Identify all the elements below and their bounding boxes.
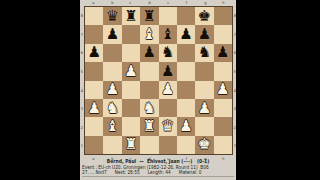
square-d7: ♝ (140, 25, 158, 43)
file-label-b: b (108, 1, 116, 3)
letterbox-right (236, 0, 320, 180)
white-bishop: ♝ (143, 27, 156, 42)
white-rook: ♜ (143, 119, 156, 134)
square-e6: ♞ (159, 44, 177, 62)
square-a6: ♟ (85, 44, 103, 62)
rank-label-2: 2 (81, 123, 83, 131)
square-d3: ♞ (140, 99, 158, 117)
chess-diagram-panel: abcdefgh 87654321 ♛♜♜♚♟♝♝♟♟♟♟♞♞♟♟♟♟♟♟♟♞♞… (80, 0, 236, 180)
square-b4: ♟ (103, 81, 121, 99)
square-b6 (103, 44, 121, 62)
square-a2 (85, 117, 103, 135)
square-f2: ♟ (177, 117, 195, 135)
black-knight: ♞ (161, 45, 174, 60)
square-f7: ♟ (177, 25, 195, 43)
file-labels-top: abcdefgh (84, 0, 233, 5)
square-d6: ♟ (140, 44, 158, 62)
rank-label-7: 7 (234, 30, 236, 38)
black-pawn: ♟ (198, 27, 211, 42)
square-c6 (122, 44, 140, 62)
file-label-a: a (89, 1, 97, 3)
black-pawn: ♟ (179, 27, 192, 42)
white-knight: ♞ (106, 101, 119, 116)
rank-label-6: 6 (234, 48, 236, 56)
square-f5 (177, 62, 195, 80)
square-c7 (122, 25, 140, 43)
square-g3: ♟ (195, 99, 213, 117)
rank-label-1: 1 (234, 141, 236, 149)
square-c2 (122, 117, 140, 135)
square-a8 (85, 7, 103, 25)
square-f8 (177, 7, 195, 25)
square-h7 (214, 25, 232, 43)
file-label-e: e (164, 1, 172, 3)
square-e3 (159, 99, 177, 117)
square-e2: ♛ (159, 117, 177, 135)
rank-label-5: 5 (234, 67, 236, 75)
square-a1 (85, 136, 103, 154)
white-bishop: ♝ (106, 119, 119, 134)
file-label-g: g (201, 1, 209, 3)
square-b3: ♞ (103, 99, 121, 117)
square-b2: ♝ (103, 117, 121, 135)
chess-board: ♛♜♜♚♟♝♝♟♟♟♟♞♞♟♟♟♟♟♟♟♞♞♟♝♜♛♟♜♚ (84, 6, 233, 155)
caption-divider (82, 176, 234, 177)
rank-label-4: 4 (234, 86, 236, 94)
white-pawn: ♟ (216, 82, 229, 97)
square-f6 (177, 44, 195, 62)
square-g6: ♞ (195, 44, 213, 62)
rank-label-6: 6 (81, 48, 83, 56)
square-d1 (140, 136, 158, 154)
file-label-h: h (219, 1, 227, 3)
square-f1 (177, 136, 195, 154)
black-pawn: ♟ (87, 45, 100, 60)
rank-label-8: 8 (81, 11, 83, 19)
square-e8 (159, 7, 177, 25)
rank-label-1: 1 (81, 141, 83, 149)
square-h1 (214, 136, 232, 154)
white-king: ♚ (198, 137, 211, 152)
black-pawn: ♟ (143, 45, 156, 60)
square-h2 (214, 117, 232, 135)
square-b8: ♛ (103, 7, 121, 25)
square-g4 (195, 81, 213, 99)
square-g5 (195, 62, 213, 80)
square-b1 (103, 136, 121, 154)
rank-label-4: 4 (81, 86, 83, 94)
file-label-c: c (126, 1, 134, 3)
white-pawn: ♟ (87, 101, 100, 116)
square-d8: ♜ (140, 7, 158, 25)
rank-label-2: 2 (234, 123, 236, 131)
square-g7: ♟ (195, 25, 213, 43)
square-b5 (103, 62, 121, 80)
square-a3: ♟ (85, 99, 103, 117)
black-pawn: ♟ (216, 45, 229, 60)
white-rook: ♜ (124, 137, 137, 152)
rank-labels-right: 87654321 (233, 6, 237, 155)
black-queen: ♛ (106, 9, 119, 24)
rank-label-3: 3 (81, 104, 83, 112)
square-a7 (85, 25, 103, 43)
square-g8: ♚ (195, 7, 213, 25)
players-result-line: Bernd, Paul — Ehlvest, Jaan (····) (0-1) (80, 159, 236, 164)
square-h5 (214, 62, 232, 80)
square-e1 (159, 136, 177, 154)
square-d4 (140, 81, 158, 99)
square-h4: ♟ (214, 81, 232, 99)
rank-label-5: 5 (81, 67, 83, 75)
square-c1: ♜ (122, 136, 140, 154)
move-status-line: 27. ... Nxd7 Next: 28:55 Length: 44 Mate… (82, 170, 234, 175)
black-rook: ♜ (143, 9, 156, 24)
file-label-d: d (145, 1, 153, 3)
white-pawn: ♟ (124, 64, 137, 79)
black-king: ♚ (198, 9, 211, 24)
square-f3 (177, 99, 195, 117)
rank-label-3: 3 (234, 104, 236, 112)
white-pawn: ♟ (161, 82, 174, 97)
square-c5: ♟ (122, 62, 140, 80)
letterbox-left (0, 0, 80, 180)
black-pawn: ♟ (106, 27, 119, 42)
white-pawn: ♟ (198, 101, 211, 116)
rank-label-7: 7 (81, 30, 83, 38)
square-h8 (214, 7, 232, 25)
square-a4 (85, 81, 103, 99)
square-h3 (214, 99, 232, 117)
square-c8: ♜ (122, 7, 140, 25)
square-f4 (177, 81, 195, 99)
square-g1: ♚ (195, 136, 213, 154)
rank-label-8: 8 (234, 11, 236, 19)
square-b7: ♟ (103, 25, 121, 43)
file-label-f: f (182, 1, 190, 3)
square-c3 (122, 99, 140, 117)
black-bishop: ♝ (161, 27, 174, 42)
square-c4 (122, 81, 140, 99)
black-rook: ♜ (124, 9, 137, 24)
white-pawn: ♟ (179, 119, 192, 134)
black-pawn: ♟ (161, 64, 174, 79)
black-knight: ♞ (198, 45, 211, 60)
square-e7: ♝ (159, 25, 177, 43)
square-a5 (85, 62, 103, 80)
white-pawn: ♟ (106, 82, 119, 97)
square-d5 (140, 62, 158, 80)
white-knight: ♞ (143, 101, 156, 116)
square-d2: ♜ (140, 117, 158, 135)
square-e4: ♟ (159, 81, 177, 99)
square-e5: ♟ (159, 62, 177, 80)
square-h6: ♟ (214, 44, 232, 62)
white-queen: ♛ (161, 119, 174, 134)
square-g2 (195, 117, 213, 135)
